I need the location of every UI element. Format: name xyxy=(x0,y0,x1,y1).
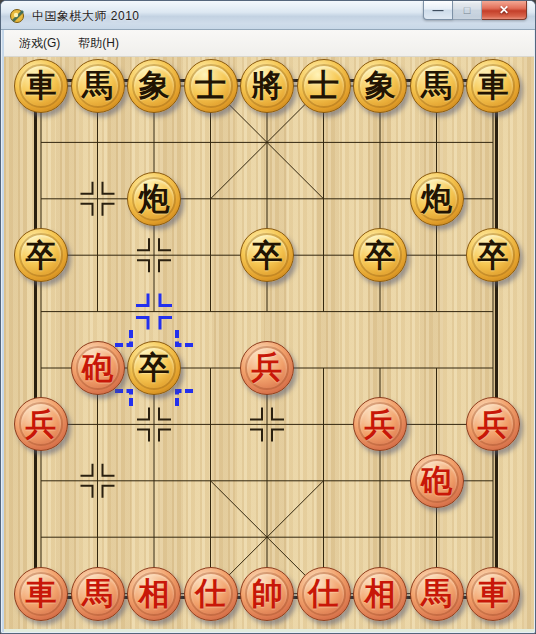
piece-black-soldier[interactable]: 卒 xyxy=(353,228,407,282)
piece-black-soldier[interactable]: 卒 xyxy=(127,341,181,395)
piece-glyph: 馬 xyxy=(82,70,113,101)
piece-glyph: 卒 xyxy=(26,240,57,271)
piece-glyph: 砲 xyxy=(421,465,452,496)
piece-black-chariot[interactable]: 車 xyxy=(466,59,520,113)
piece-black-soldier[interactable]: 卒 xyxy=(240,228,294,282)
minimize-button[interactable]: — xyxy=(423,1,453,20)
menu-item-game[interactable]: 游戏(G) xyxy=(10,31,69,56)
menubar: 游戏(G) 帮助(H) xyxy=(4,30,534,57)
piece-glyph: 象 xyxy=(139,70,170,101)
piece-black-elephant[interactable]: 象 xyxy=(127,59,181,113)
piece-glyph: 士 xyxy=(308,70,339,101)
piece-glyph: 相 xyxy=(365,578,396,609)
piece-red-chariot[interactable]: 車 xyxy=(14,567,68,621)
piece-glyph: 仕 xyxy=(195,578,226,609)
window-title: 中国象棋大师 2010 xyxy=(32,8,140,25)
board-bottom-strip xyxy=(4,629,534,632)
piece-red-soldier[interactable]: 兵 xyxy=(14,397,68,451)
pieces-grid: 車馬象士將士象馬車炮炮卒卒卒卒卒砲兵兵兵兵砲車馬相仕帥仕相馬車 xyxy=(13,58,522,622)
menu-item-help[interactable]: 帮助(H) xyxy=(69,31,128,56)
piece-red-elephant[interactable]: 相 xyxy=(127,567,181,621)
piece-red-cannon[interactable]: 砲 xyxy=(71,341,125,395)
piece-glyph: 士 xyxy=(195,70,226,101)
piece-red-advisor[interactable]: 仕 xyxy=(184,567,238,621)
piece-black-horse[interactable]: 馬 xyxy=(410,59,464,113)
piece-glyph: 將 xyxy=(252,70,283,101)
app-icon xyxy=(9,7,26,24)
piece-red-advisor[interactable]: 仕 xyxy=(297,567,351,621)
piece-glyph: 兵 xyxy=(365,409,396,440)
piece-glyph: 象 xyxy=(365,70,396,101)
piece-red-elephant[interactable]: 相 xyxy=(353,567,407,621)
piece-glyph: 砲 xyxy=(82,352,113,383)
close-button[interactable]: ✕ xyxy=(482,1,527,20)
piece-glyph: 卒 xyxy=(252,240,283,271)
piece-red-soldier[interactable]: 兵 xyxy=(466,397,520,451)
piece-glyph: 卒 xyxy=(365,240,396,271)
piece-glyph: 卒 xyxy=(478,240,509,271)
piece-red-cannon[interactable]: 砲 xyxy=(410,454,464,508)
piece-glyph: 相 xyxy=(139,578,170,609)
piece-glyph: 車 xyxy=(26,70,57,101)
piece-glyph: 車 xyxy=(478,70,509,101)
piece-red-chariot[interactable]: 車 xyxy=(466,567,520,621)
piece-glyph: 帥 xyxy=(252,578,283,609)
xiangqi-board[interactable]: 車馬象士將士象馬車炮炮卒卒卒卒卒砲兵兵兵兵砲車馬相仕帥仕相馬車 xyxy=(4,57,534,629)
piece-glyph: 馬 xyxy=(421,70,452,101)
piece-glyph: 馬 xyxy=(82,578,113,609)
piece-black-cannon[interactable]: 炮 xyxy=(127,172,181,226)
titlebar[interactable]: 中国象棋大师 2010 — □ ✕ xyxy=(1,1,535,30)
maximize-button[interactable]: □ xyxy=(453,1,482,20)
piece-black-horse[interactable]: 馬 xyxy=(71,59,125,113)
piece-black-elephant[interactable]: 象 xyxy=(353,59,407,113)
piece-glyph: 卒 xyxy=(139,352,170,383)
piece-black-advisor[interactable]: 士 xyxy=(297,59,351,113)
piece-black-chariot[interactable]: 車 xyxy=(14,59,68,113)
piece-red-horse[interactable]: 馬 xyxy=(410,567,464,621)
piece-glyph: 馬 xyxy=(421,578,452,609)
piece-glyph: 車 xyxy=(26,578,57,609)
piece-red-soldier[interactable]: 兵 xyxy=(353,397,407,451)
piece-glyph: 兵 xyxy=(26,409,57,440)
piece-black-soldier[interactable]: 卒 xyxy=(14,228,68,282)
piece-black-cannon[interactable]: 炮 xyxy=(410,172,464,226)
piece-glyph: 炮 xyxy=(421,183,452,214)
window-controls: — □ ✕ xyxy=(423,1,527,21)
piece-glyph: 兵 xyxy=(252,352,283,383)
app-window: 中国象棋大师 2010 — □ ✕ 游戏(G) 帮助(H) 車馬象士將士象馬車炮… xyxy=(0,0,536,634)
piece-glyph: 仕 xyxy=(308,578,339,609)
piece-black-soldier[interactable]: 卒 xyxy=(466,228,520,282)
piece-red-soldier[interactable]: 兵 xyxy=(240,341,294,395)
piece-glyph: 兵 xyxy=(478,409,509,440)
piece-black-advisor[interactable]: 士 xyxy=(184,59,238,113)
piece-red-horse[interactable]: 馬 xyxy=(71,567,125,621)
piece-red-general[interactable]: 帥 xyxy=(240,567,294,621)
piece-glyph: 炮 xyxy=(139,183,170,214)
piece-black-general[interactable]: 將 xyxy=(240,59,294,113)
piece-glyph: 車 xyxy=(478,578,509,609)
